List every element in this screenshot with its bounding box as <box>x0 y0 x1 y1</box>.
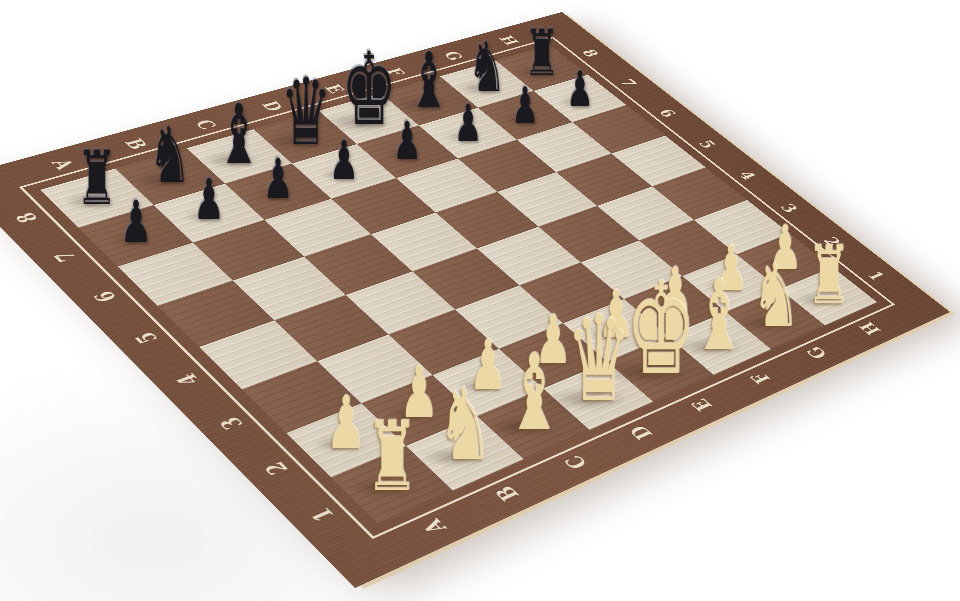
file-label-bottom-f: F <box>748 370 774 385</box>
file-label-top-f: F <box>383 67 408 78</box>
rank-label-left-1: 1 <box>307 505 339 524</box>
rank-label-right-3: 3 <box>777 202 800 214</box>
file-label-top-c: C <box>191 118 219 131</box>
rank-label-left-5: 5 <box>131 329 162 345</box>
rank-label-right-4: 4 <box>736 170 759 182</box>
file-label-bottom-c: C <box>561 453 591 472</box>
file-label-bottom-h: H <box>856 320 884 337</box>
file-label-bottom-b: B <box>492 483 524 503</box>
file-label-top-e: E <box>322 83 348 95</box>
chess-set-photo: AABBCCDDEEFFGGHH8877665544332211 ♜♞♝♛♚♝♞… <box>0 0 960 601</box>
rank-label-left-7: 7 <box>51 249 82 264</box>
file-label-top-d: D <box>257 100 285 113</box>
rank-label-right-5: 5 <box>695 138 718 149</box>
file-label-bottom-g: G <box>803 344 830 360</box>
rank-label-right-8: 8 <box>579 48 602 58</box>
board-grid <box>40 45 877 524</box>
chess-board: AABBCCDDEEFFGGHH8877665544332211 <box>0 12 950 588</box>
file-label-bottom-d: D <box>626 423 656 442</box>
rank-label-left-6: 6 <box>90 289 121 305</box>
rank-label-left-4: 4 <box>173 371 204 388</box>
rank-label-right-1: 1 <box>864 269 887 282</box>
file-label-top-g: G <box>440 50 466 62</box>
file-label-bottom-e: E <box>689 396 717 413</box>
file-label-top-b: B <box>121 137 151 151</box>
file-label-top-a: A <box>48 157 78 171</box>
file-label-bottom-a: A <box>419 516 451 536</box>
rank-label-right-6: 6 <box>655 108 678 119</box>
rank-label-right-7: 7 <box>617 78 640 89</box>
rank-label-left-2: 2 <box>261 459 293 477</box>
rank-label-left-3: 3 <box>216 414 248 432</box>
rank-label-right-2: 2 <box>820 235 843 248</box>
rank-label-left-8: 8 <box>12 211 42 225</box>
file-label-top-h: H <box>495 34 521 46</box>
